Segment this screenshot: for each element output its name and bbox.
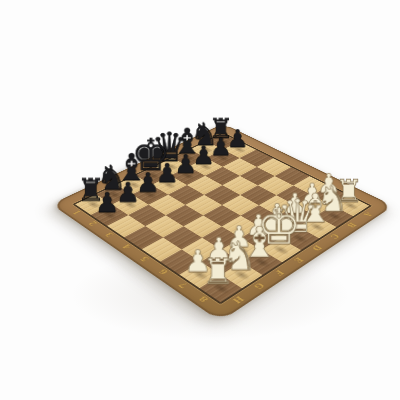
chess-product-photo: 12345678ABCDEFGH ♜♟♟♜♞♟♟♞♝♟♟♝♛♟♟♛♚♟♟♚♝♟♟…	[0, 0, 400, 400]
white-rook-piece: ♜	[190, 254, 246, 290]
black-pawn-piece: ♟	[83, 189, 132, 217]
